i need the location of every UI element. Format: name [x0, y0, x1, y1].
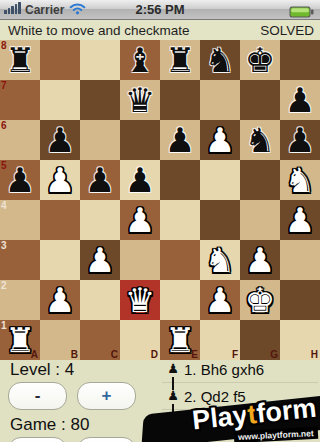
game-decrease-button[interactable]: -: [8, 437, 67, 442]
square-d5[interactable]: ♟: [120, 160, 160, 200]
square-b7[interactable]: [40, 80, 80, 120]
black-rook: ♜: [160, 40, 200, 80]
black-pawn: ♟: [160, 120, 200, 160]
level-label: Level : 4: [10, 360, 158, 380]
rank-label: 4: [1, 200, 7, 211]
square-f3[interactable]: ♞: [200, 240, 240, 280]
white-knight: ♞: [200, 240, 240, 280]
square-g2[interactable]: ♚: [240, 280, 280, 320]
white-pawn: ♟: [240, 240, 280, 280]
square-d7[interactable]: ♛: [120, 80, 160, 120]
solved-status-badge: SOLVED: [260, 23, 314, 38]
white-king: ♚: [240, 280, 280, 320]
square-f6[interactable]: ♟: [200, 120, 240, 160]
square-f8[interactable]: ♞: [200, 40, 240, 80]
rank-label: 3: [1, 240, 7, 251]
white-pawn: ♟: [280, 200, 320, 240]
square-e4[interactable]: [160, 200, 200, 240]
status-bar: Carrier 2:56 PM: [0, 0, 320, 20]
white-pawn: ♟: [80, 240, 120, 280]
square-h4[interactable]: ♟: [280, 200, 320, 240]
file-label: F: [232, 349, 238, 360]
square-g1[interactable]: G: [240, 320, 280, 360]
square-e6[interactable]: ♟: [160, 120, 200, 160]
square-g3[interactable]: ♟: [240, 240, 280, 280]
square-c2[interactable]: [80, 280, 120, 320]
black-king: ♚: [240, 40, 280, 80]
puzzle-header: White to move and checkmate SOLVED: [0, 20, 320, 40]
square-d6[interactable]: [120, 120, 160, 160]
black-pawn: ♟: [40, 120, 80, 160]
rank-label: 8: [1, 40, 7, 51]
game-increase-button[interactable]: +: [77, 437, 136, 442]
square-f4[interactable]: [200, 200, 240, 240]
square-a4[interactable]: 4: [0, 200, 40, 240]
square-e3[interactable]: [160, 240, 200, 280]
square-f5[interactable]: [200, 160, 240, 200]
rank-label: 6: [1, 120, 7, 131]
square-h8[interactable]: [280, 40, 320, 80]
square-g7[interactable]: [240, 80, 280, 120]
file-label: A: [31, 349, 38, 360]
black-bishop: ♝: [120, 40, 160, 80]
square-a3[interactable]: 3: [0, 240, 40, 280]
square-d2[interactable]: ♛: [120, 280, 160, 320]
rank-label: 7: [1, 80, 7, 91]
level-increase-button[interactable]: +: [77, 382, 136, 410]
square-d4[interactable]: ♟: [120, 200, 160, 240]
rank-label: 1: [1, 320, 7, 331]
white-pawn: ♟: [200, 280, 240, 320]
square-a7[interactable]: 7: [0, 80, 40, 120]
level-decrease-button[interactable]: -: [8, 382, 67, 410]
square-b3[interactable]: [40, 240, 80, 280]
square-h1[interactable]: H: [280, 320, 320, 360]
square-b1[interactable]: B: [40, 320, 80, 360]
square-c5[interactable]: ♟: [80, 160, 120, 200]
square-b5[interactable]: ♟: [40, 160, 80, 200]
logo-text: form: [255, 393, 318, 429]
square-a5[interactable]: 5♟: [0, 160, 40, 200]
square-g5[interactable]: [240, 160, 280, 200]
square-c4[interactable]: [80, 200, 120, 240]
game-label: Game : 80: [10, 415, 158, 435]
square-h2[interactable]: [280, 280, 320, 320]
chess-board: 8♜♝♜♞♚7♛♟6♟♟♟♞♟5♟♟♟♟♞4♟♟3♟♞♟2♟♛♟♚1A♜BCDE…: [0, 40, 320, 360]
file-label: H: [311, 349, 318, 360]
square-f1[interactable]: F: [200, 320, 240, 360]
file-label: C: [111, 349, 118, 360]
square-g8[interactable]: ♚: [240, 40, 280, 80]
file-label: D: [151, 349, 158, 360]
black-pawn: ♟: [120, 160, 160, 200]
square-e7[interactable]: [160, 80, 200, 120]
square-b8[interactable]: [40, 40, 80, 80]
square-c3[interactable]: ♟: [80, 240, 120, 280]
playtform-watermark: Playtform www.playtform.net: [150, 386, 320, 442]
pawn-icon: ♟: [162, 359, 184, 379]
square-g4[interactable]: [240, 200, 280, 240]
move-text: 1. Bh6 gxh6: [184, 361, 264, 378]
square-b6[interactable]: ♟: [40, 120, 80, 160]
black-pawn: ♟: [280, 120, 320, 160]
white-pawn: ♟: [40, 160, 80, 200]
bottom-panel: Level : 4 - + Game : 80 - + ♟1. Bh6 gxh6…: [0, 360, 320, 442]
white-queen: ♛: [120, 280, 160, 320]
square-f7[interactable]: [200, 80, 240, 120]
square-e5[interactable]: [160, 160, 200, 200]
square-a8[interactable]: 8♜: [0, 40, 40, 80]
black-pawn: ♟: [280, 80, 320, 120]
square-h3[interactable]: [280, 240, 320, 280]
black-knight: ♞: [240, 120, 280, 160]
file-label: E: [191, 349, 198, 360]
square-b2[interactable]: ♟: [40, 280, 80, 320]
square-e1[interactable]: E♜: [160, 320, 200, 360]
square-d3[interactable]: [120, 240, 160, 280]
controls-column: Level : 4 - + Game : 80 - +: [8, 360, 158, 442]
move-row-1[interactable]: ♟1. Bh6 gxh6: [162, 356, 318, 383]
black-knight: ♞: [200, 40, 240, 80]
square-c6[interactable]: [80, 120, 120, 160]
square-c7[interactable]: [80, 80, 120, 120]
file-label: G: [270, 349, 278, 360]
white-pawn: ♟: [200, 120, 240, 160]
white-pawn: ♟: [120, 200, 160, 240]
square-h7[interactable]: ♟: [280, 80, 320, 120]
square-g6[interactable]: ♞: [240, 120, 280, 160]
square-a1[interactable]: 1A♜: [0, 320, 40, 360]
square-h5[interactable]: ♞: [280, 160, 320, 200]
clock: 2:56 PM: [0, 2, 320, 17]
square-c8[interactable]: [80, 40, 120, 80]
black-pawn: ♟: [80, 160, 120, 200]
square-c1[interactable]: C: [80, 320, 120, 360]
square-d1[interactable]: D: [120, 320, 160, 360]
square-f2[interactable]: ♟: [200, 280, 240, 320]
white-pawn: ♟: [40, 280, 80, 320]
square-e8[interactable]: ♜: [160, 40, 200, 80]
square-h6[interactable]: ♟: [280, 120, 320, 160]
square-a2[interactable]: 2: [0, 280, 40, 320]
puzzle-instruction: White to move and checkmate: [8, 23, 190, 38]
square-d8[interactable]: ♝: [120, 40, 160, 80]
white-knight: ♞: [280, 160, 320, 200]
square-e2[interactable]: [160, 280, 200, 320]
square-b4[interactable]: [40, 200, 80, 240]
rank-label: 5: [1, 160, 7, 171]
rank-label: 2: [1, 280, 7, 291]
black-queen: ♛: [120, 80, 160, 120]
file-label: B: [71, 349, 78, 360]
square-a6[interactable]: 6: [0, 120, 40, 160]
